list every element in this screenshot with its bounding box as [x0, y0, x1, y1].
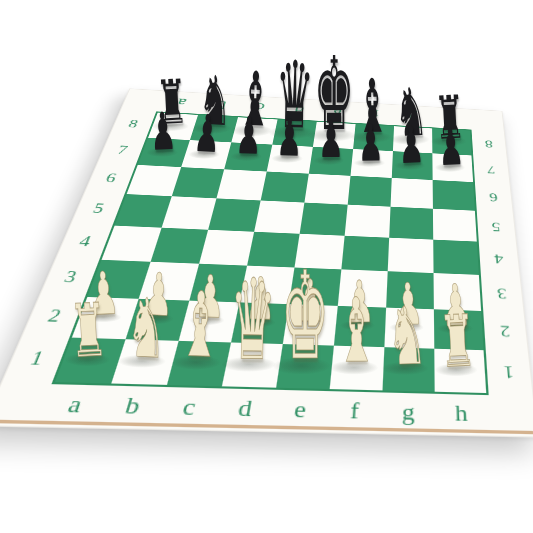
piece-black-pawn-a7[interactable]: ♟	[148, 104, 177, 157]
piece-white-bishop-f1[interactable]: ♝	[335, 287, 377, 376]
piece-white-bishop-c1[interactable]: ♝	[178, 281, 223, 372]
chess-set-photo: aa88bb77cc66dd55ee44ff33gg22hh11 ♜♞♝♛♚♝♞…	[0, 0, 533, 533]
piece-white-knight-g1[interactable]: ♞	[386, 296, 428, 377]
piece-black-pawn-c7[interactable]: ♟	[235, 109, 263, 161]
piece-black-pawn-d7[interactable]: ♟	[276, 112, 303, 164]
piece-black-pawn-f7[interactable]: ♟	[358, 116, 385, 167]
piece-white-queen-d1[interactable]: ♛	[229, 263, 277, 375]
piece-white-king-e1[interactable]: ♚	[280, 256, 329, 377]
piece-black-pawn-g7[interactable]: ♟	[397, 119, 425, 171]
piece-white-rook-a1[interactable]: ♜	[68, 292, 109, 367]
piece-white-rook-h1[interactable]: ♜	[437, 305, 477, 378]
piece-black-pawn-h7[interactable]: ♟	[436, 121, 464, 173]
piece-black-pawn-b7[interactable]: ♟	[193, 107, 222, 160]
piece-white-knight-b1[interactable]: ♞	[125, 286, 169, 369]
pieces-layer: ♜♞♝♛♚♝♞♜♟♟♟♟♟♟♟♟♟♟♟♟♟♟♟♟♜♞♝♛♚♝♞♜	[0, 0, 533, 533]
piece-black-pawn-e7[interactable]: ♟	[318, 114, 344, 165]
